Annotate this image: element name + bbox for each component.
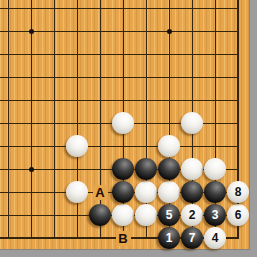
- black-stone-q4: [158, 158, 180, 180]
- white-stone-move-4: 4: [204, 227, 226, 249]
- star-point: [29, 167, 34, 172]
- grid-line-horizontal: [0, 54, 239, 55]
- white-stone-o6: [112, 112, 134, 134]
- white-stone-move-8: 8: [227, 181, 249, 203]
- grid-line-horizontal: [0, 77, 239, 78]
- black-stone-o4: [112, 158, 134, 180]
- go-board[interactable]: 12345678AB: [0, 0, 250, 250]
- black-stone-p4: [135, 158, 157, 180]
- point-label-b[interactable]: B: [116, 231, 131, 246]
- white-stone-s4: [204, 158, 226, 180]
- black-stone-move-7: 7: [181, 227, 203, 249]
- white-stone-m5: [66, 135, 88, 157]
- go-diagram: 12345678AB: [0, 0, 257, 257]
- white-stone-r6: [181, 112, 203, 134]
- grid-line-horizontal: [0, 100, 239, 101]
- white-stone-q5: [158, 135, 180, 157]
- black-stone-n2: [89, 204, 111, 226]
- black-stone-move-3: 3: [204, 204, 226, 226]
- white-stone-m3: [66, 181, 88, 203]
- white-stone-q3: [158, 181, 180, 203]
- black-stone-move-1: 1: [158, 227, 180, 249]
- grid-line-vertical: [54, 0, 55, 239]
- black-stone-r3: [181, 181, 203, 203]
- black-stone-s3: [204, 181, 226, 203]
- grid-line-horizontal: [0, 146, 239, 147]
- grid-line-vertical: [31, 0, 32, 239]
- white-stone-o2: [112, 204, 134, 226]
- grid-line-horizontal: [0, 31, 239, 32]
- white-stone-p2: [135, 204, 157, 226]
- star-point: [29, 29, 34, 34]
- star-point: [167, 29, 172, 34]
- white-stone-move-2: 2: [181, 204, 203, 226]
- white-stone-r4: [181, 158, 203, 180]
- grid-line-vertical: [77, 0, 78, 239]
- white-stone-move-6: 6: [227, 204, 249, 226]
- grid-line-horizontal: [0, 8, 239, 9]
- point-label-a[interactable]: A: [93, 185, 108, 200]
- black-stone-move-5: 5: [158, 204, 180, 226]
- white-stone-p3: [135, 181, 157, 203]
- grid-line-vertical: [8, 0, 9, 239]
- black-stone-o3: [112, 181, 134, 203]
